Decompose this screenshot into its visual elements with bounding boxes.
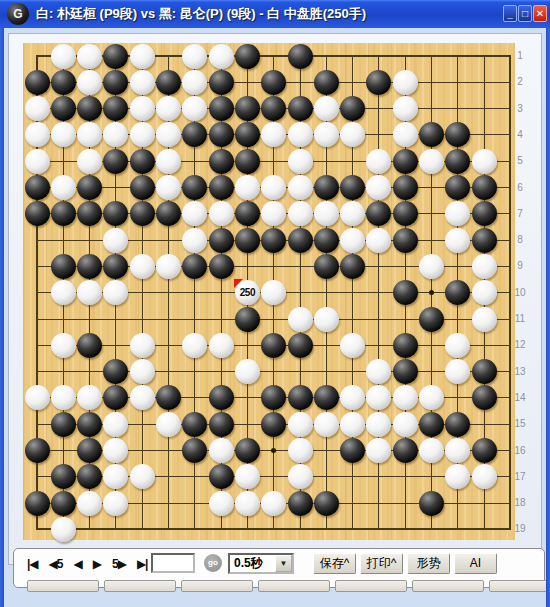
partial-button[interactable] — [258, 580, 330, 592]
stone-black — [261, 228, 286, 253]
stone-white — [261, 201, 286, 226]
stone-white — [314, 96, 339, 121]
stone-black — [288, 333, 313, 358]
stone-white — [314, 412, 339, 437]
stone-white — [103, 280, 128, 305]
stone-black — [261, 385, 286, 410]
stone-white — [419, 385, 444, 410]
row-label: 11 — [511, 313, 529, 324]
stone-white — [51, 280, 76, 305]
stone-black — [393, 201, 418, 226]
delay-select[interactable]: 0.5秒 ▼ — [228, 553, 294, 574]
stone-white — [51, 122, 76, 147]
row-label: 17 — [511, 471, 529, 482]
stone-black — [393, 228, 418, 253]
stone-black — [261, 96, 286, 121]
stone-black — [314, 175, 339, 200]
stone-white — [472, 280, 497, 305]
title-bar: G 白: 朴廷桓 (P9段) vs 黑: 昆仑(P) (9段) - 白 中盘胜(… — [0, 0, 550, 28]
action-button[interactable]: 形势 — [407, 553, 450, 574]
stone-black — [235, 149, 260, 174]
stone-black — [209, 70, 234, 95]
stone-white — [445, 359, 470, 384]
stone-black — [25, 201, 50, 226]
stone-black — [156, 385, 181, 410]
stone-white — [288, 438, 313, 463]
stone-black — [261, 333, 286, 358]
stone-white — [182, 228, 207, 253]
stone-white — [209, 333, 234, 358]
stone-black — [51, 201, 76, 226]
stone-white — [103, 491, 128, 516]
stone-white — [261, 122, 286, 147]
stone-white — [288, 464, 313, 489]
stone-white — [393, 385, 418, 410]
stone-white — [182, 96, 207, 121]
stone-white — [366, 412, 391, 437]
stone-white — [182, 44, 207, 69]
stone-black — [103, 201, 128, 226]
stone-black — [103, 359, 128, 384]
stone-white — [51, 517, 76, 542]
stone-white — [182, 201, 207, 226]
nav-button[interactable]: ▶ — [93, 557, 101, 571]
stone-white — [156, 122, 181, 147]
stone-black — [235, 307, 260, 332]
stone-black — [261, 412, 286, 437]
stone-black — [235, 96, 260, 121]
stone-white — [130, 122, 155, 147]
stone-black — [77, 254, 102, 279]
stone-black — [288, 385, 313, 410]
stone-black — [209, 96, 234, 121]
stone-black — [314, 228, 339, 253]
stone-black — [472, 385, 497, 410]
stone-white — [472, 307, 497, 332]
stone-black — [314, 385, 339, 410]
row-label: 8 — [511, 234, 529, 245]
stone-black — [366, 70, 391, 95]
stone-white — [340, 412, 365, 437]
stone-white — [156, 149, 181, 174]
stone-black — [445, 280, 470, 305]
stone-white — [419, 438, 444, 463]
stone-white — [103, 412, 128, 437]
partial-button[interactable] — [181, 580, 253, 592]
nav-button[interactable]: |◀ — [27, 557, 38, 571]
row-label: 14 — [511, 392, 529, 403]
chevron-down-icon[interactable]: ▼ — [275, 555, 292, 572]
stone-white — [445, 201, 470, 226]
stone-white — [393, 96, 418, 121]
stone-white — [235, 491, 260, 516]
stone-white — [130, 96, 155, 121]
stone-white — [156, 412, 181, 437]
stone-black — [77, 201, 102, 226]
app-window: G 白: 朴廷桓 (P9段) vs 黑: 昆仑(P) (9段) - 白 中盘胜(… — [0, 0, 550, 607]
stone-black — [314, 491, 339, 516]
stone-black — [130, 175, 155, 200]
stone-black — [235, 122, 260, 147]
grid-line-h — [36, 528, 511, 530]
stone-black — [182, 122, 207, 147]
stone-white — [103, 122, 128, 147]
go-board[interactable]: 250 — [23, 43, 515, 540]
stone-white — [51, 44, 76, 69]
row-label: 5 — [511, 155, 529, 166]
window-title: 白: 朴廷桓 (P9段) vs 黑: 昆仑(P) (9段) - 白 中盘胜(25… — [36, 0, 366, 28]
stone-white — [314, 307, 339, 332]
row-label: 6 — [511, 182, 529, 193]
stone-black — [445, 175, 470, 200]
stone-black — [340, 254, 365, 279]
stone-white — [77, 280, 102, 305]
partial-button[interactable] — [412, 580, 484, 592]
board-panel: 250 ABCDEFGHIJKLMNOPQRS 1234567891011121… — [8, 33, 542, 565]
stone-black — [209, 254, 234, 279]
partial-button[interactable] — [489, 580, 550, 592]
stone-white — [261, 491, 286, 516]
stone-white — [209, 491, 234, 516]
stone-black — [340, 96, 365, 121]
move-number-label: 250 — [235, 280, 260, 305]
stone-black — [103, 44, 128, 69]
app-logo-icon: G — [7, 3, 29, 25]
stone-white — [366, 385, 391, 410]
move-number-input[interactable] — [151, 553, 195, 573]
stone-black — [445, 122, 470, 147]
stone-white — [51, 175, 76, 200]
stone-white — [103, 228, 128, 253]
stone-white — [209, 201, 234, 226]
row-label: 16 — [511, 445, 529, 456]
stone-white — [51, 333, 76, 358]
partial-button[interactable] — [104, 580, 176, 592]
stone-white — [366, 359, 391, 384]
stone-black — [314, 70, 339, 95]
stone-white — [314, 201, 339, 226]
stone-black — [445, 149, 470, 174]
partial-button[interactable] — [27, 580, 99, 592]
stone-black — [182, 438, 207, 463]
star-point — [271, 448, 276, 453]
stone-black — [393, 359, 418, 384]
last-move-marker: 250 — [235, 280, 260, 305]
stone-white — [393, 412, 418, 437]
stone-black — [472, 438, 497, 463]
stone-black — [209, 385, 234, 410]
stone-white — [340, 122, 365, 147]
stone-black — [393, 333, 418, 358]
stone-black — [445, 412, 470, 437]
stone-white — [340, 201, 365, 226]
stone-white — [314, 122, 339, 147]
stone-black — [130, 201, 155, 226]
row-label: 7 — [511, 208, 529, 219]
stone-white — [445, 333, 470, 358]
stone-black — [130, 149, 155, 174]
stone-white — [156, 175, 181, 200]
stone-black — [25, 438, 50, 463]
stone-white — [130, 359, 155, 384]
stone-white — [366, 228, 391, 253]
stone-black — [77, 412, 102, 437]
row-label: 3 — [511, 103, 529, 114]
stone-white — [77, 70, 102, 95]
stone-black — [419, 122, 444, 147]
stone-black — [103, 385, 128, 410]
stone-white — [25, 385, 50, 410]
row-label: 19 — [511, 523, 529, 534]
stone-black — [209, 122, 234, 147]
stone-white — [288, 201, 313, 226]
stone-black — [393, 438, 418, 463]
stone-white — [77, 385, 102, 410]
stone-black — [419, 307, 444, 332]
stone-white — [77, 44, 102, 69]
row-label: 10 — [511, 287, 529, 298]
stone-black — [209, 464, 234, 489]
stone-white — [445, 464, 470, 489]
stone-white — [393, 122, 418, 147]
delay-select-value: 0.5秒 — [230, 555, 275, 572]
stone-black — [209, 149, 234, 174]
stone-white — [209, 438, 234, 463]
stone-white — [77, 149, 102, 174]
nav-button[interactable]: ◀ — [74, 557, 82, 571]
stone-black — [288, 228, 313, 253]
stone-black — [472, 228, 497, 253]
stone-black — [472, 359, 497, 384]
stone-black — [393, 280, 418, 305]
stone-white — [340, 333, 365, 358]
stone-black — [340, 438, 365, 463]
stone-white — [103, 438, 128, 463]
stone-white — [130, 44, 155, 69]
stone-black — [103, 96, 128, 121]
stone-black — [235, 438, 260, 463]
row-label: 9 — [511, 260, 529, 271]
row-label: 18 — [511, 497, 529, 508]
stone-black — [51, 96, 76, 121]
stone-white — [366, 175, 391, 200]
stone-white — [288, 307, 313, 332]
stone-white — [25, 96, 50, 121]
stone-white — [472, 254, 497, 279]
stone-black — [25, 175, 50, 200]
stone-white — [51, 385, 76, 410]
stone-white — [182, 70, 207, 95]
close-button[interactable]: ✕ — [533, 5, 547, 22]
stone-white — [77, 491, 102, 516]
stone-white — [103, 464, 128, 489]
stone-white — [288, 149, 313, 174]
stone-black — [340, 175, 365, 200]
nav-button-group: |◀◀5◀▶5▶▶| — [27, 555, 147, 573]
stone-black — [472, 201, 497, 226]
go-button[interactable]: go — [204, 554, 222, 572]
stone-white — [288, 175, 313, 200]
row-label: 12 — [511, 339, 529, 350]
stone-black — [77, 175, 102, 200]
stone-black — [419, 491, 444, 516]
stone-black — [209, 228, 234, 253]
stone-black — [77, 464, 102, 489]
stone-black — [103, 254, 128, 279]
stone-white — [472, 464, 497, 489]
stone-black — [103, 149, 128, 174]
stone-white — [235, 175, 260, 200]
stone-black — [472, 175, 497, 200]
stone-black — [51, 412, 76, 437]
stone-white — [130, 333, 155, 358]
stone-black — [235, 228, 260, 253]
row-label: 2 — [511, 76, 529, 87]
stone-white — [235, 464, 260, 489]
stone-black — [393, 149, 418, 174]
stone-white — [419, 149, 444, 174]
star-point — [429, 290, 434, 295]
stone-white — [393, 70, 418, 95]
stone-black — [235, 201, 260, 226]
action-button[interactable]: 打印^ — [360, 553, 403, 574]
stone-black — [51, 254, 76, 279]
row-label: 4 — [511, 129, 529, 140]
toolbar: |◀◀5◀▶5▶▶| go 0.5秒 ▼ 保存^打印^形势AI — [13, 548, 545, 588]
stone-black — [77, 96, 102, 121]
stone-black — [77, 333, 102, 358]
action-button[interactable]: AI — [454, 553, 497, 574]
stone-black — [366, 201, 391, 226]
stone-white — [25, 122, 50, 147]
stone-white — [156, 254, 181, 279]
stone-black — [51, 70, 76, 95]
stone-white — [130, 385, 155, 410]
stone-white — [261, 280, 286, 305]
maximize-button[interactable]: □ — [518, 5, 532, 22]
stone-white — [77, 122, 102, 147]
stone-black — [235, 44, 260, 69]
stone-black — [288, 491, 313, 516]
stone-white — [419, 254, 444, 279]
stone-white — [25, 149, 50, 174]
stone-black — [77, 438, 102, 463]
stone-white — [261, 175, 286, 200]
action-button[interactable]: 保存^ — [313, 553, 356, 574]
stone-black — [393, 175, 418, 200]
stone-white — [340, 385, 365, 410]
stone-black — [51, 464, 76, 489]
minimize-button[interactable]: _ — [503, 5, 517, 22]
stone-white — [288, 412, 313, 437]
stone-black — [314, 254, 339, 279]
stone-black — [25, 491, 50, 516]
stone-white — [288, 122, 313, 147]
row-label: 1 — [511, 50, 529, 61]
stone-black — [51, 491, 76, 516]
stone-black — [261, 70, 286, 95]
stone-black — [209, 175, 234, 200]
stone-black — [103, 70, 128, 95]
stone-white — [340, 228, 365, 253]
stone-white — [366, 438, 391, 463]
nav-button[interactable]: ▶| — [137, 557, 148, 571]
stone-white — [445, 228, 470, 253]
stone-black — [25, 70, 50, 95]
row-label: 13 — [511, 366, 529, 377]
stone-white — [130, 70, 155, 95]
stone-black — [182, 175, 207, 200]
stone-black — [288, 96, 313, 121]
stone-white — [182, 333, 207, 358]
stone-white — [156, 96, 181, 121]
stone-white — [366, 149, 391, 174]
stone-white — [445, 438, 470, 463]
stone-black — [156, 70, 181, 95]
nav-button[interactable]: 5▶ — [112, 557, 126, 571]
partial-button[interactable] — [335, 580, 407, 592]
stone-white — [130, 464, 155, 489]
stone-white — [235, 359, 260, 384]
stone-black — [182, 412, 207, 437]
stone-white — [472, 149, 497, 174]
stone-white — [209, 44, 234, 69]
stone-black — [182, 254, 207, 279]
stone-white — [130, 254, 155, 279]
nav-button[interactable]: ◀5 — [49, 557, 63, 571]
stone-black — [209, 412, 234, 437]
stone-black — [419, 412, 444, 437]
stone-black — [288, 44, 313, 69]
stone-black — [156, 201, 181, 226]
row-label: 15 — [511, 418, 529, 429]
